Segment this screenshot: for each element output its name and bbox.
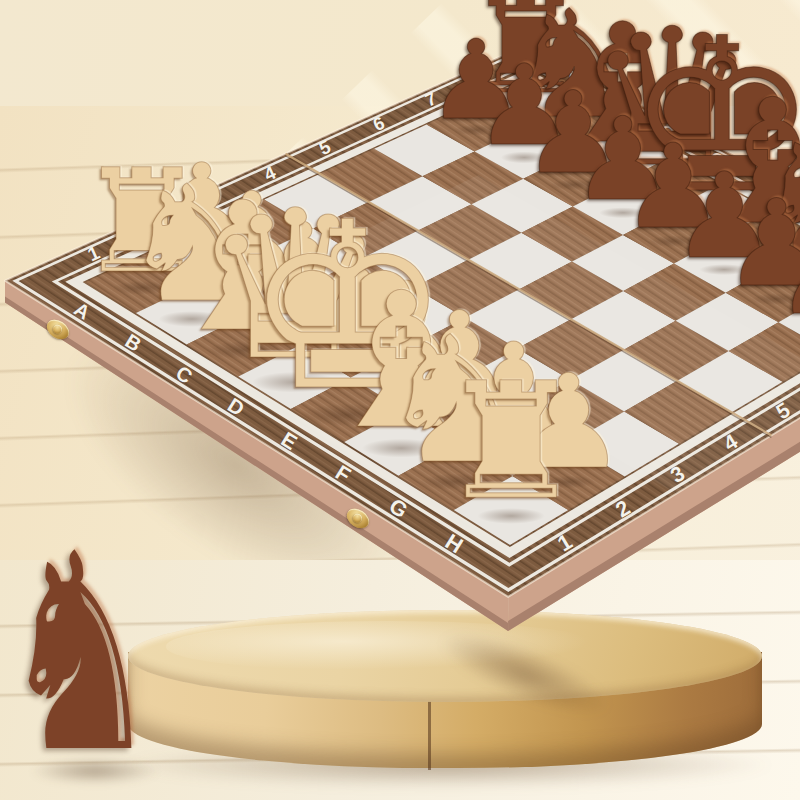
knight-figurine: ♞ <box>0 518 160 790</box>
dark-pawn-h7: ♟ <box>775 214 800 330</box>
product-photo-scene: AABBCCDDEEFFGGHH1122334455667788 ♜♟♞♟♝♟♛… <box>0 0 800 800</box>
pedestal-drawer-seam <box>428 700 431 770</box>
light-rook-h1: ♜ <box>439 365 583 518</box>
